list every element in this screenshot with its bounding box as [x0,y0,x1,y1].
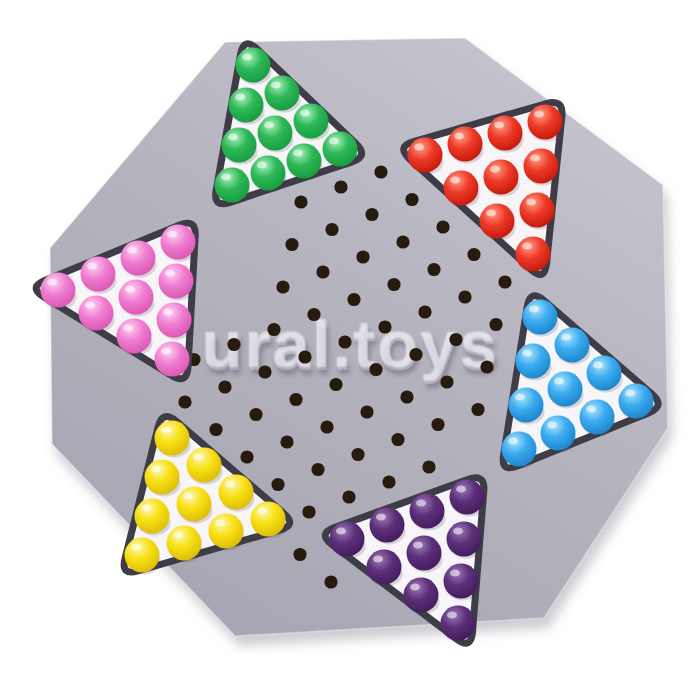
marble-pink[interactable] [161,225,196,260]
marble-highlight [271,81,281,88]
board-hole[interactable] [209,423,222,436]
marble-highlight [494,121,504,128]
marble-highlight [228,133,238,140]
marble-purple[interactable] [410,494,445,529]
marble-red[interactable] [484,160,519,195]
marble-highlight [454,132,464,139]
marble-blue[interactable] [548,372,583,407]
marble-green[interactable] [229,88,264,123]
marble-highlight [416,499,426,506]
marble-highlight [534,110,544,117]
board-hole[interactable] [302,505,315,518]
board-hole[interactable] [418,305,431,318]
marble-purple[interactable] [407,536,442,571]
marble-purple[interactable] [450,480,485,515]
marble-highlight [547,421,557,428]
board-hole[interactable] [293,548,306,561]
marble-highlight [293,149,303,156]
board-hole[interactable] [378,320,391,333]
marble-highlight [215,519,225,526]
marble-highlight [456,485,466,492]
marble-red[interactable] [448,127,483,162]
board-hole[interactable] [307,308,320,321]
tray-group-yellow [124,417,290,575]
board-hole[interactable] [324,575,337,588]
board-hole[interactable] [351,448,364,461]
tray-group-red [404,102,564,274]
marble-highlight [300,109,310,116]
marble-blue[interactable] [523,300,558,335]
marble-green[interactable] [236,48,271,83]
marble-red[interactable] [528,105,563,140]
board-hole[interactable] [489,318,502,331]
board-hole[interactable] [285,238,298,251]
marble-green[interactable] [222,128,257,163]
board-hole[interactable] [347,293,360,306]
marble-highlight [450,569,460,576]
marble-pink[interactable] [119,280,154,315]
marble-blue[interactable] [555,328,590,363]
board-hole[interactable] [218,380,231,393]
marble-highlight [593,361,603,368]
marble-highlight [131,543,141,550]
marble-red[interactable] [516,237,551,272]
marble-highlight [125,285,135,292]
board-hole[interactable] [227,338,240,351]
marble-highlight [625,389,635,396]
board-hole[interactable] [360,405,373,418]
board-hole[interactable] [396,235,409,248]
marble-yellow[interactable] [135,499,170,534]
marble-yellow[interactable] [177,487,212,522]
marble-red[interactable] [520,193,555,228]
marble-blue[interactable] [516,344,551,379]
marble-highlight [453,527,463,534]
marble-yellow[interactable] [155,421,190,456]
marble-highlight [329,137,339,144]
board-hole[interactable] [382,475,395,488]
board-hole[interactable] [249,408,262,421]
marble-highlight [450,176,460,183]
marble-purple[interactable] [444,564,479,599]
marble-green[interactable] [258,116,293,151]
board-hole[interactable] [369,363,382,376]
board-hole[interactable] [400,390,413,403]
marble-highlight [410,583,420,590]
marble-green[interactable] [251,156,286,191]
board-hole[interactable] [391,433,404,446]
product-photo: ural.toys [0,0,700,700]
marble-highlight [376,513,386,520]
marble-highlight [522,242,532,249]
marble-highlight [167,230,177,237]
marble-highlight [127,246,137,253]
board-hole[interactable] [271,478,284,491]
marble-highlight [373,555,383,562]
marble-purple[interactable] [330,522,365,557]
marble-green[interactable] [215,168,250,203]
marble-highlight [561,333,571,340]
board-hole[interactable] [449,333,462,346]
board-hole[interactable] [458,290,471,303]
marble-red[interactable] [444,171,479,206]
board-hole[interactable] [311,463,324,476]
board-hole[interactable] [342,490,355,503]
marble-pink[interactable] [117,319,152,354]
marble-yellow[interactable] [167,526,202,561]
marble-highlight [225,480,235,487]
board-hole[interactable] [294,195,307,208]
marble-highlight [486,209,496,216]
board-hole[interactable] [365,208,378,221]
marble-green[interactable] [294,104,329,139]
board-hole[interactable] [258,365,271,378]
marble-green[interactable] [287,144,322,179]
board-hole[interactable] [387,278,400,291]
marble-blue[interactable] [587,356,622,391]
marble-highlight [554,377,564,384]
board-hole[interactable] [280,435,293,448]
board-hole[interactable] [471,403,484,416]
board-hole[interactable] [356,250,369,263]
marble-purple[interactable] [441,606,476,641]
board-hole[interactable] [178,395,191,408]
tray-group-pink [36,223,196,379]
marble-purple[interactable] [370,508,405,543]
marble-green[interactable] [265,76,300,111]
holes-and-trays [0,0,700,700]
marble-yellow[interactable] [251,502,286,537]
board-hole[interactable] [467,248,480,261]
marble-highlight [515,393,525,400]
marble-red[interactable] [480,204,515,239]
marble-blue[interactable] [619,384,654,419]
marble-highlight [529,305,539,312]
marble-highlight [526,198,536,205]
marble-pink[interactable] [155,342,190,377]
board-hole[interactable] [405,193,418,206]
marble-yellow[interactable] [125,538,160,573]
board-hole[interactable] [329,378,342,391]
marble-pink[interactable] [81,257,116,292]
marble-highlight [165,269,175,276]
marble-highlight [336,527,346,534]
marble-blue[interactable] [541,416,576,451]
board-hole[interactable] [374,165,387,178]
board-hole[interactable] [267,323,280,336]
marble-highlight [193,453,203,460]
marble-highlight [47,278,57,285]
marble-blue[interactable] [580,400,615,435]
marble-highlight [242,53,252,60]
marble-highlight [87,262,97,269]
marble-highlight [490,165,500,172]
marble-yellow[interactable] [187,448,222,483]
marble-blue[interactable] [509,388,544,423]
marble-purple[interactable] [367,550,402,585]
marble-yellow[interactable] [209,514,244,549]
marble-highlight [508,437,518,444]
board-hole[interactable] [480,360,493,373]
marble-red[interactable] [408,138,443,173]
marble-highlight [85,301,95,308]
board-hole[interactable] [325,223,338,236]
board-hole[interactable] [276,280,289,293]
marble-highlight [123,324,133,331]
board-hole[interactable] [422,460,435,473]
marble-highlight [161,347,171,354]
tray-group-green [215,44,362,205]
marble-highlight [586,405,596,412]
marble-purple[interactable] [404,578,439,613]
marble-highlight [413,541,423,548]
marble-highlight [183,492,193,499]
marble-highlight [151,465,161,472]
board-hole[interactable] [334,180,347,193]
marble-blue[interactable] [502,432,537,467]
marble-pink[interactable] [159,264,194,299]
marble-highlight [163,308,173,315]
marble-pink[interactable] [157,303,192,338]
marble-highlight [221,173,231,180]
marble-pink[interactable] [121,241,156,276]
board-hole[interactable] [240,450,253,463]
marble-yellow[interactable] [219,475,254,510]
marble-highlight [257,507,267,514]
board-hole[interactable] [436,220,449,233]
marble-green[interactable] [323,132,358,167]
marble-yellow[interactable] [145,460,180,495]
marble-highlight [414,143,424,150]
marble-highlight [173,531,183,538]
board-hole[interactable] [498,275,511,288]
marble-red[interactable] [488,116,523,151]
board-hole[interactable] [338,335,351,348]
marble-highlight [161,426,171,433]
marble-highlight [447,611,457,618]
marble-purple[interactable] [447,522,482,557]
marble-highlight [141,504,151,511]
board-hole[interactable] [298,350,311,363]
tray-group-blue [502,296,659,469]
marble-highlight [257,161,267,168]
board-hole[interactable] [320,420,333,433]
board-hole[interactable] [440,375,453,388]
marble-highlight [522,349,532,356]
board-hole[interactable] [289,393,302,406]
board-hole[interactable] [409,348,422,361]
marble-red[interactable] [524,149,559,184]
marble-highlight [264,121,274,128]
marble-pink[interactable] [79,296,114,331]
marble-highlight [235,93,245,100]
marble-highlight [530,154,540,161]
board-hole[interactable] [316,265,329,278]
board-hole[interactable] [427,263,440,276]
marble-pink[interactable] [41,273,76,308]
board-hole[interactable] [431,418,444,431]
